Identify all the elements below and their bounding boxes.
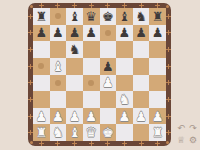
square-b4[interactable] — [50, 75, 67, 92]
square-h5[interactable] — [149, 58, 166, 75]
square-e4[interactable]: ♟ — [100, 75, 117, 92]
square-g4[interactable] — [133, 75, 150, 92]
square-b8[interactable] — [50, 8, 67, 25]
frame-tick — [166, 14, 171, 19]
square-a1[interactable]: ♜ — [33, 124, 50, 141]
square-d5[interactable] — [83, 58, 100, 75]
square-f6[interactable] — [116, 41, 133, 58]
frame-tick — [89, 141, 94, 146]
square-e1[interactable]: ♚ — [100, 124, 117, 141]
square-e8[interactable]: ♚ — [100, 8, 117, 25]
game-controls: ↶ ↷ ♕ ⚙ — [176, 123, 198, 145]
white-pawn[interactable]: ♟ — [52, 110, 64, 123]
frame-tick — [166, 114, 171, 119]
square-d6[interactable] — [83, 41, 100, 58]
settings-gear-icon[interactable]: ⚙ — [188, 135, 198, 145]
square-g6[interactable] — [133, 41, 150, 58]
square-d4[interactable] — [83, 75, 100, 92]
square-h6[interactable] — [149, 41, 166, 58]
square-c2[interactable]: ♟ — [66, 108, 83, 125]
white-knight[interactable]: ♞ — [52, 126, 64, 139]
black-pawn[interactable]: ♟ — [35, 26, 47, 39]
redo-arrow-icon[interactable]: ↷ — [188, 123, 198, 133]
black-pawn[interactable]: ♟ — [152, 26, 164, 39]
square-g2[interactable]: ♟ — [133, 108, 150, 125]
square-e2[interactable] — [100, 108, 117, 125]
white-rook[interactable]: ♜ — [152, 126, 164, 139]
white-pawn[interactable]: ♟ — [85, 110, 97, 123]
legal-move-dot[interactable] — [38, 63, 44, 69]
frame-corner-dot — [166, 141, 169, 144]
black-rook[interactable]: ♜ — [152, 10, 164, 23]
square-g3[interactable] — [133, 91, 150, 108]
white-knight[interactable]: ♞ — [119, 93, 131, 106]
square-b6[interactable] — [50, 41, 67, 58]
square-a7[interactable]: ♟ — [33, 25, 50, 42]
square-c7[interactable]: ♟ — [66, 25, 83, 42]
white-rook[interactable]: ♜ — [35, 126, 47, 139]
square-d8[interactable]: ♛ — [83, 8, 100, 25]
board-frame: ♜♝♛♚♝♞♜♟♟♟♟♟♟♟♞♝♟♟♞♟♟♟♟♟♟♟♜♞♝♛♚♜ — [28, 3, 171, 146]
frame-tick — [155, 141, 160, 146]
black-pawn[interactable]: ♟ — [102, 60, 114, 73]
white-pawn[interactable]: ♟ — [35, 110, 47, 123]
square-b7[interactable]: ♟ — [50, 25, 67, 42]
square-c1[interactable]: ♝ — [66, 124, 83, 141]
square-h1[interactable]: ♜ — [149, 124, 166, 141]
frame-tick — [39, 141, 44, 146]
frame-tick — [166, 130, 171, 135]
black-bishop[interactable]: ♝ — [69, 10, 81, 23]
square-g1[interactable] — [133, 124, 150, 141]
white-king[interactable]: ♚ — [102, 126, 114, 139]
square-e5[interactable]: ♟ — [100, 58, 117, 75]
legal-move-dot[interactable] — [55, 13, 61, 19]
square-b3[interactable] — [50, 91, 67, 108]
square-g8[interactable]: ♞ — [133, 8, 150, 25]
frame-tick — [166, 30, 171, 35]
square-c6[interactable]: ♞ — [66, 41, 83, 58]
undo-arrow-icon[interactable]: ↶ — [176, 123, 186, 133]
square-a4[interactable] — [33, 75, 50, 92]
black-knight[interactable]: ♞ — [135, 10, 147, 23]
legal-move-dot[interactable] — [105, 30, 111, 36]
white-bishop[interactable]: ♝ — [52, 60, 64, 73]
square-g5[interactable] — [133, 58, 150, 75]
square-h7[interactable]: ♟ — [149, 25, 166, 42]
square-f2[interactable]: ♟ — [116, 108, 133, 125]
square-a5[interactable] — [33, 58, 50, 75]
square-c5[interactable] — [66, 58, 83, 75]
frame-tick — [139, 141, 144, 146]
square-a8[interactable]: ♜ — [33, 8, 50, 25]
square-f5[interactable] — [116, 58, 133, 75]
square-a6[interactable] — [33, 41, 50, 58]
frame-tick — [166, 97, 171, 102]
square-f3[interactable]: ♞ — [116, 91, 133, 108]
black-pawn[interactable]: ♟ — [119, 26, 131, 39]
white-bishop[interactable]: ♝ — [69, 126, 81, 139]
square-e6[interactable] — [100, 41, 117, 58]
square-c4[interactable] — [66, 75, 83, 92]
black-pawn[interactable]: ♟ — [85, 26, 97, 39]
square-d3[interactable] — [83, 91, 100, 108]
black-queen[interactable]: ♛ — [85, 10, 97, 23]
chess-board: ♜♝♛♚♝♞♜♟♟♟♟♟♟♟♞♝♟♟♞♟♟♟♟♟♟♟♜♞♝♛♚♜ — [33, 8, 166, 141]
white-queen[interactable]: ♛ — [85, 126, 97, 139]
frame-corner-dot — [30, 141, 33, 144]
square-d2[interactable]: ♟ — [83, 108, 100, 125]
white-pawn[interactable]: ♟ — [69, 110, 81, 123]
black-bishop[interactable]: ♝ — [119, 10, 131, 23]
frame-tick — [72, 141, 77, 146]
square-b1[interactable]: ♞ — [50, 124, 67, 141]
frame-tick — [105, 141, 110, 146]
square-e7[interactable] — [100, 25, 117, 42]
white-pawn[interactable]: ♟ — [152, 110, 164, 123]
square-g7[interactable]: ♟ — [133, 25, 150, 42]
legal-move-dot[interactable] — [88, 80, 94, 86]
black-king[interactable]: ♚ — [102, 10, 114, 23]
white-pawn[interactable]: ♟ — [135, 110, 147, 123]
crown-icon[interactable]: ♕ — [176, 135, 186, 145]
square-a2[interactable]: ♟ — [33, 108, 50, 125]
frame-tick — [166, 47, 171, 52]
frame-tick — [166, 80, 171, 85]
frame-corner-dot — [30, 5, 33, 8]
square-h2[interactable]: ♟ — [149, 108, 166, 125]
square-a3[interactable] — [33, 91, 50, 108]
white-pawn[interactable]: ♟ — [119, 110, 131, 123]
frame-tick — [122, 141, 127, 146]
white-pawn[interactable]: ♟ — [102, 76, 114, 89]
square-e3[interactable] — [100, 91, 117, 108]
frame-tick — [166, 64, 171, 69]
square-h3[interactable] — [149, 91, 166, 108]
frame-corner-dot — [166, 5, 169, 8]
black-pawn[interactable]: ♟ — [69, 26, 81, 39]
legal-move-dot[interactable] — [55, 80, 61, 86]
square-f4[interactable] — [116, 75, 133, 92]
square-f1[interactable] — [116, 124, 133, 141]
black-rook[interactable]: ♜ — [35, 10, 47, 23]
square-d7[interactable]: ♟ — [83, 25, 100, 42]
square-f8[interactable]: ♝ — [116, 8, 133, 25]
frame-tick — [55, 141, 60, 146]
square-f7[interactable]: ♟ — [116, 25, 133, 42]
square-c8[interactable]: ♝ — [66, 8, 83, 25]
square-c3[interactable] — [66, 91, 83, 108]
square-b5[interactable]: ♝ — [50, 58, 67, 75]
square-h8[interactable]: ♜ — [149, 8, 166, 25]
black-knight[interactable]: ♞ — [69, 43, 81, 56]
square-h4[interactable] — [149, 75, 166, 92]
square-b2[interactable]: ♟ — [50, 108, 67, 125]
black-pawn[interactable]: ♟ — [52, 26, 64, 39]
square-d1[interactable]: ♛ — [83, 124, 100, 141]
black-pawn[interactable]: ♟ — [135, 26, 147, 39]
